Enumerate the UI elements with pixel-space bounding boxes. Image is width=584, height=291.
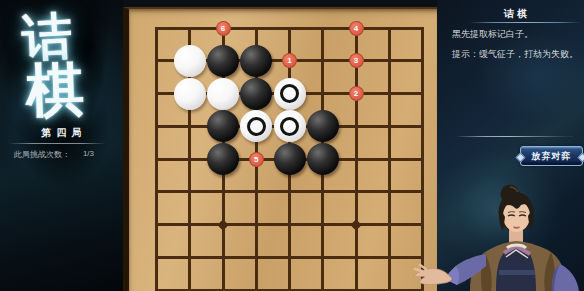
attempts-label: 此局挑战次数：	[14, 149, 70, 160]
panel-title: 诘棋	[462, 7, 572, 21]
grid-line-horizontal	[155, 256, 424, 259]
hint-text: 提示：缓气征子，打劫为失败。	[452, 48, 584, 61]
stone-black[interactable]	[207, 110, 239, 142]
capture-target-ring	[247, 117, 266, 136]
attempts-value: 1/3	[83, 149, 94, 160]
star-point	[350, 219, 361, 230]
move-marker: 4	[349, 21, 364, 36]
attempts-row: 此局挑战次数： 1/3	[14, 149, 94, 160]
stone-white[interactable]	[207, 78, 239, 110]
stone-black[interactable]	[274, 143, 306, 175]
stone-black[interactable]	[307, 143, 339, 175]
objective-text: 黑先提取标记白子。	[452, 28, 582, 41]
stone-black[interactable]	[240, 45, 272, 77]
calligraphy-char-qi: 棋	[25, 51, 86, 131]
game-screen: 诘 棋 第四局 此局挑战次数： 1/3 123456 诘棋 黑先提取标记白子。 …	[0, 0, 584, 291]
panel-divider	[469, 22, 581, 23]
move-marker: 1	[282, 53, 297, 68]
stone-white-marked[interactable]	[274, 78, 306, 110]
stone-black[interactable]	[240, 78, 272, 110]
star-point	[217, 219, 228, 230]
info-panel: 诘棋 黑先提取标记白子。 提示：缓气征子，打劫为失败。 放弃对弈	[437, 0, 584, 291]
grid-line-horizontal	[155, 190, 424, 193]
round-label: 第四局	[0, 126, 123, 140]
stone-white-marked[interactable]	[240, 110, 272, 142]
move-marker: 6	[216, 21, 231, 36]
npc-character	[412, 158, 584, 291]
grid-line-vertical	[388, 27, 391, 291]
mist-decoration	[477, 30, 584, 120]
sidebar-divider	[8, 143, 106, 144]
stone-black[interactable]	[207, 45, 239, 77]
grid-line-horizontal	[155, 223, 424, 226]
panel-divider	[455, 136, 573, 137]
stone-black[interactable]	[207, 143, 239, 175]
capture-target-ring	[280, 117, 299, 136]
go-board[interactable]: 123456	[123, 7, 443, 291]
capture-target-ring	[280, 84, 299, 103]
move-marker: 3	[349, 53, 364, 68]
stone-black[interactable]	[307, 110, 339, 142]
give-up-button[interactable]: 放弃对弈	[520, 146, 583, 166]
move-marker: 5	[249, 152, 264, 167]
move-marker: 2	[349, 86, 364, 101]
calligraphy-title: 诘 棋	[0, 0, 123, 130]
stone-white[interactable]	[174, 45, 206, 77]
stone-white-marked[interactable]	[274, 110, 306, 142]
puzzle-sidebar: 诘 棋 第四局 此局挑战次数： 1/3	[0, 0, 123, 291]
stone-white[interactable]	[174, 78, 206, 110]
